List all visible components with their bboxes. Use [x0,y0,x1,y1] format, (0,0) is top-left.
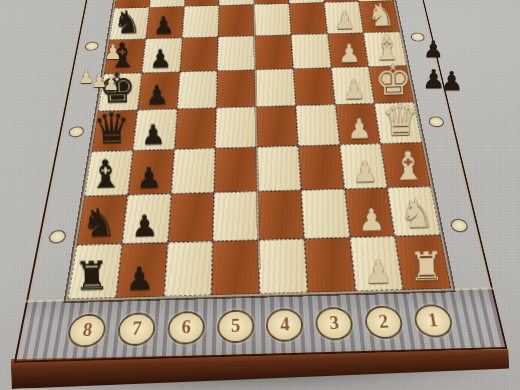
white-pawn[interactable]: ♟ [347,114,373,142]
square-c2[interactable]: ♟ [339,144,387,189]
square-b3[interactable] [301,189,350,239]
square-e3[interactable] [293,68,335,106]
square-f7[interactable]: ♟ [142,38,182,73]
side-medallion [49,231,65,242]
white-pawn[interactable]: ♟ [352,157,379,187]
square-b7[interactable]: ♟ [122,194,171,244]
white-spare-pawn[interactable]: ♟ [103,75,119,93]
square-g2[interactable]: ♟ [324,2,364,34]
white-knight[interactable]: ♞ [398,193,434,233]
side-medallion [85,43,98,51]
white-rook[interactable]: ♜ [408,246,445,286]
side-medallion [69,127,83,136]
rank-medallion-3: 3 [317,308,353,338]
square-c7[interactable]: ♟ [128,149,174,195]
rank-medallion-1: 1 [414,306,452,336]
white-pawn[interactable]: ♟ [364,255,394,288]
rank-label: 5 [231,315,240,337]
black-spare-pawn[interactable]: ♟ [440,68,463,94]
square-b8[interactable]: ♞ [76,195,127,245]
square-f5[interactable] [217,36,255,71]
black-pawn[interactable]: ♟ [136,163,163,193]
rank-label: 3 [329,312,340,334]
black-queen[interactable]: ♛ [93,107,132,150]
square-a6[interactable] [164,241,213,296]
black-spare-pawn[interactable]: ♟ [423,38,444,61]
square-c3[interactable] [298,145,344,190]
square-c6[interactable] [171,148,215,193]
square-a3[interactable] [304,237,355,292]
white-pawn[interactable]: ♟ [342,76,366,103]
square-f2[interactable]: ♟ [327,33,369,68]
side-medallion [429,117,444,126]
square-b6[interactable] [167,193,214,243]
square-a1[interactable]: ♜ [395,235,451,290]
square-d6[interactable] [174,108,216,150]
square-c5[interactable] [214,147,257,192]
square-g3[interactable] [289,3,327,35]
black-pawn[interactable]: ♟ [145,81,169,108]
square-b1[interactable]: ♞ [388,186,441,236]
black-pawn[interactable]: ♟ [141,120,167,148]
square-e4[interactable] [255,69,295,107]
square-b5[interactable] [213,191,259,241]
white-spare-pawn[interactable]: ♟ [104,42,122,62]
black-rook[interactable]: ♜ [74,256,111,296]
square-d5[interactable] [215,107,256,148]
black-pawn[interactable]: ♟ [125,262,155,295]
square-c4[interactable] [257,146,301,191]
square-g5[interactable] [218,5,254,37]
square-a2[interactable]: ♟ [350,236,404,291]
white-bishop[interactable]: ♝ [390,145,426,185]
square-d7[interactable]: ♟ [133,109,177,151]
rank-label: 8 [81,319,93,341]
scene: 8 7 6 5 4 3 2 1 ♜♟♟♜♞♟♟♞♝♟♟♝♚♟♟♚♛♟♟♛♝♟♟♝… [0,0,520,390]
square-g4[interactable] [254,4,291,36]
square-d2[interactable]: ♟ [335,103,381,144]
square-f3[interactable] [291,34,331,69]
rank-label: 2 [377,311,389,333]
square-d1[interactable]: ♛ [375,102,423,143]
square-e2[interactable]: ♟ [331,67,375,105]
square-e6[interactable] [177,71,217,109]
side-medallion [451,220,468,231]
square-d8[interactable]: ♛ [91,110,137,152]
black-pawn[interactable]: ♟ [131,210,159,241]
black-knight[interactable]: ♞ [113,6,142,38]
black-bishop[interactable]: ♝ [88,154,124,194]
square-d3[interactable] [295,105,339,146]
white-pawn[interactable]: ♟ [338,40,361,66]
rank-label: 6 [181,316,191,338]
rank-label: 1 [426,309,439,331]
white-pawn[interactable]: ♟ [357,204,385,235]
square-f4[interactable] [255,35,294,70]
square-g6[interactable] [182,5,219,37]
rank-medallion-4: 4 [268,310,302,340]
rank-medallion-7: 7 [119,314,155,344]
rank-label: 4 [280,313,290,335]
square-g7[interactable]: ♟ [146,6,185,38]
rank-medallion-6: 6 [169,312,203,342]
rank-medallion-8: 8 [69,315,106,345]
square-e7[interactable]: ♟ [137,72,179,110]
white-pawn[interactable]: ♟ [334,7,356,32]
black-knight[interactable]: ♞ [81,202,117,242]
rank-medallion-5: 5 [219,311,252,341]
square-c8[interactable]: ♝ [84,151,132,197]
rank-medallion-2: 2 [365,307,402,337]
square-a7[interactable]: ♟ [116,243,168,298]
square-b4[interactable] [258,190,304,240]
square-b2[interactable]: ♟ [344,188,395,238]
square-f6[interactable] [180,37,219,72]
black-pawn[interactable]: ♟ [149,45,172,71]
black-pawn[interactable]: ♟ [152,12,174,37]
square-a5[interactable] [212,240,260,295]
rank-label: 7 [131,317,142,339]
square-a8[interactable]: ♜ [68,244,122,299]
white-queen[interactable]: ♛ [381,99,420,142]
square-c1[interactable]: ♝ [381,142,431,187]
square-d4[interactable] [256,106,298,147]
black-pawn[interactable]: ♟ [156,0,178,6]
square-a4[interactable] [259,239,308,294]
